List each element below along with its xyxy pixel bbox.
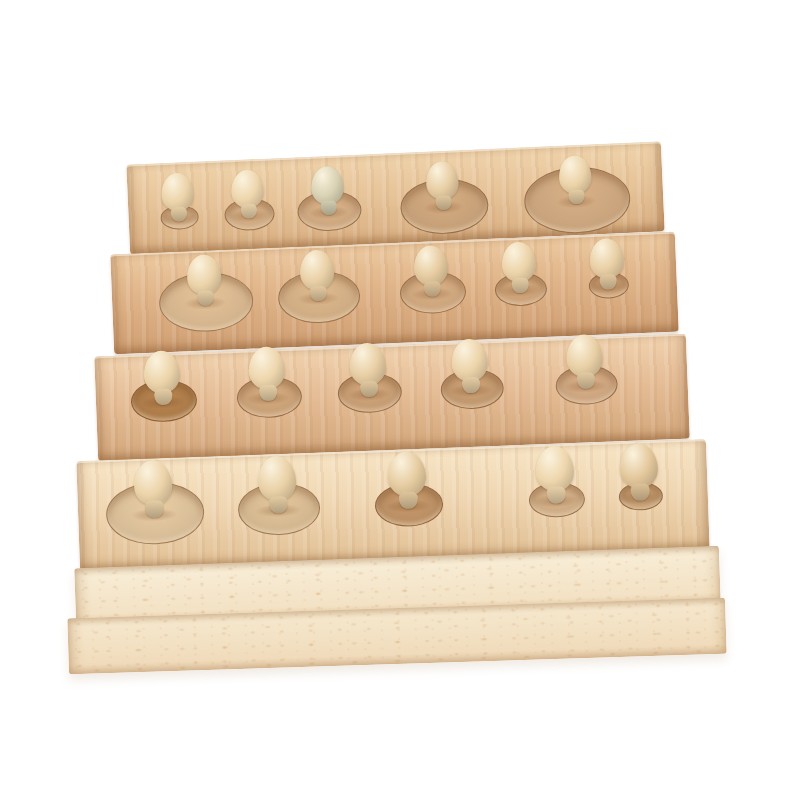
knob-neck <box>630 483 650 500</box>
knob-neck <box>320 200 337 215</box>
knob-neck <box>153 389 172 406</box>
knob-neck <box>144 500 164 517</box>
block-2-cylinder-knob-5[interactable] <box>589 238 625 291</box>
cylinder-blocks-set <box>0 0 800 800</box>
knob-neck <box>599 274 617 290</box>
knob-head <box>425 161 459 200</box>
knob-head <box>451 338 489 382</box>
block-3-cylinder-knob-5[interactable] <box>566 334 604 390</box>
knob-head <box>413 245 449 286</box>
knob-head <box>257 455 297 501</box>
knob-neck <box>423 281 441 297</box>
block-3-cylinder-knob-2[interactable] <box>248 346 286 402</box>
knob-neck <box>511 278 529 294</box>
knob-head <box>558 155 592 194</box>
block-4-front-cylinder-knob-3[interactable] <box>387 451 427 511</box>
block-1-back-cylinder-knob-2[interactable] <box>231 169 265 220</box>
knob-neck <box>568 189 585 204</box>
knob-head <box>133 460 173 506</box>
block-1-back-cylinder-knob-5[interactable] <box>558 155 592 206</box>
knob-neck <box>240 204 257 219</box>
knob-neck <box>398 491 418 508</box>
block-2-cylinder-knob-1[interactable] <box>186 254 222 307</box>
knob-neck <box>258 385 277 402</box>
knob-neck <box>576 372 595 389</box>
block-1-back-cylinder-knob-4[interactable] <box>425 161 459 212</box>
knob-neck <box>196 290 214 306</box>
product-photo-stage <box>0 0 800 800</box>
knob-head <box>501 241 537 282</box>
knob-neck <box>170 207 187 222</box>
knob-head <box>619 443 659 489</box>
block-1-back-cylinder-knob-3[interactable] <box>310 166 344 217</box>
knob-neck <box>461 377 480 394</box>
knob-head <box>299 249 335 290</box>
knob-head <box>535 446 575 492</box>
knob-head <box>589 238 625 279</box>
block-4-front-cylinder-knob-5[interactable] <box>619 443 659 503</box>
block-2-cylinder-knob-2[interactable] <box>299 249 335 302</box>
knob-head <box>387 451 427 497</box>
knob-neck <box>435 195 452 210</box>
knob-head <box>310 166 344 205</box>
knob-head <box>186 254 222 295</box>
block-3-cylinder-knob-4[interactable] <box>451 338 489 394</box>
knob-neck <box>309 286 327 302</box>
block-2-cylinder-knob-4[interactable] <box>501 241 537 294</box>
knob-head <box>143 350 181 394</box>
knob-head <box>349 342 387 386</box>
block-4-front-cylinder-knob-4[interactable] <box>535 446 575 506</box>
knob-neck <box>268 496 288 513</box>
block-4-front-cylinder-knob-1[interactable] <box>133 460 173 520</box>
knob-head <box>248 346 286 390</box>
knob-head <box>161 172 195 211</box>
block-4-front-cylinder-knob-2[interactable] <box>257 455 297 515</box>
knob-head <box>566 334 604 378</box>
block-2-cylinder-knob-3[interactable] <box>413 245 449 298</box>
knob-neck <box>359 381 378 398</box>
block-3-cylinder-knob-1[interactable] <box>143 350 181 406</box>
block-3-cylinder-knob-3[interactable] <box>349 342 387 398</box>
knob-head <box>231 169 265 208</box>
block-1-back-cylinder-knob-1[interactable] <box>161 172 195 223</box>
knob-neck <box>546 486 566 503</box>
